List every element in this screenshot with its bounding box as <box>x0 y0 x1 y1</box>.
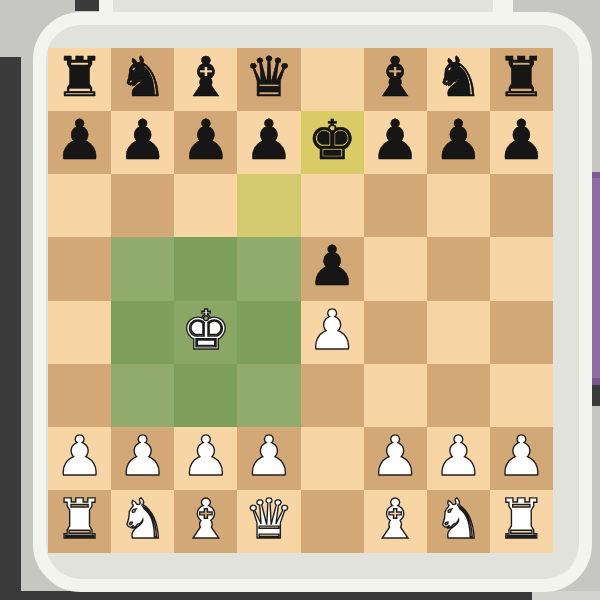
square-g8[interactable]: ♞ <box>427 48 490 111</box>
black-bishop[interactable]: ♝ <box>371 48 420 109</box>
square-d4[interactable] <box>237 301 300 364</box>
square-d7[interactable]: ♟ <box>237 111 300 174</box>
square-f4[interactable] <box>364 301 427 364</box>
left-dark-bar <box>0 57 21 600</box>
square-d3[interactable] <box>237 364 300 427</box>
square-e7[interactable]: ♚ <box>301 111 364 174</box>
black-pawn[interactable]: ♟ <box>244 111 293 172</box>
black-pawn[interactable]: ♟ <box>118 111 167 172</box>
black-knight[interactable]: ♞ <box>434 48 483 109</box>
square-c4[interactable]: ♚ <box>174 301 237 364</box>
purple-accent-foot <box>592 378 600 385</box>
square-f6[interactable] <box>364 174 427 237</box>
square-a4[interactable] <box>48 301 111 364</box>
white-pawn[interactable]: ♟ <box>55 427 104 488</box>
square-h4[interactable] <box>490 301 553 364</box>
purple-accent-bar <box>592 178 600 378</box>
square-c3[interactable] <box>174 364 237 427</box>
square-a5[interactable] <box>48 237 111 300</box>
white-pawn[interactable]: ♟ <box>434 427 483 488</box>
square-f8[interactable]: ♝ <box>364 48 427 111</box>
square-c5[interactable] <box>174 237 237 300</box>
white-knight[interactable]: ♞ <box>434 490 483 551</box>
square-h7[interactable]: ♟ <box>490 111 553 174</box>
square-c8[interactable]: ♝ <box>174 48 237 111</box>
square-f7[interactable]: ♟ <box>364 111 427 174</box>
square-b4[interactable] <box>111 301 174 364</box>
white-knight[interactable]: ♞ <box>118 490 167 551</box>
square-a3[interactable] <box>48 364 111 427</box>
square-g4[interactable] <box>427 301 490 364</box>
square-g2[interactable]: ♟ <box>427 427 490 490</box>
white-rook[interactable]: ♜ <box>55 490 104 551</box>
white-pawn[interactable]: ♟ <box>244 427 293 488</box>
black-king[interactable]: ♚ <box>307 111 356 172</box>
square-d1[interactable]: ♛ <box>237 490 300 553</box>
square-f1[interactable]: ♝ <box>364 490 427 553</box>
top-dark-chip <box>75 0 99 11</box>
app-screenshot: ♜♞♝♛♝♞♜♟♟♟♟♚♟♟♟♟♚♟♟♟♟♟♟♟♟♜♞♝♛♝♞♜ <box>0 0 600 600</box>
square-g1[interactable]: ♞ <box>427 490 490 553</box>
square-d5[interactable] <box>237 237 300 300</box>
black-pawn[interactable]: ♟ <box>55 111 104 172</box>
square-a2[interactable]: ♟ <box>48 427 111 490</box>
white-pawn[interactable]: ♟ <box>307 301 356 362</box>
square-h3[interactable] <box>490 364 553 427</box>
square-g7[interactable]: ♟ <box>427 111 490 174</box>
square-h1[interactable]: ♜ <box>490 490 553 553</box>
black-bishop[interactable]: ♝ <box>181 48 230 109</box>
square-f2[interactable]: ♟ <box>364 427 427 490</box>
square-g6[interactable] <box>427 174 490 237</box>
square-c6[interactable] <box>174 174 237 237</box>
square-d6[interactable] <box>237 174 300 237</box>
square-b7[interactable]: ♟ <box>111 111 174 174</box>
square-e8[interactable] <box>301 48 364 111</box>
square-h2[interactable]: ♟ <box>490 427 553 490</box>
white-pawn[interactable]: ♟ <box>181 427 230 488</box>
white-pawn[interactable]: ♟ <box>497 427 546 488</box>
square-e3[interactable] <box>301 364 364 427</box>
square-c1[interactable]: ♝ <box>174 490 237 553</box>
square-e1[interactable] <box>301 490 364 553</box>
square-b8[interactable]: ♞ <box>111 48 174 111</box>
square-e6[interactable] <box>301 174 364 237</box>
black-pawn[interactable]: ♟ <box>307 237 356 298</box>
white-bishop[interactable]: ♝ <box>181 490 230 551</box>
black-rook[interactable]: ♜ <box>497 48 546 109</box>
black-pawn[interactable]: ♟ <box>497 111 546 172</box>
square-b3[interactable] <box>111 364 174 427</box>
bottom-dark-bar <box>0 591 532 600</box>
chess-board[interactable]: ♜♞♝♛♝♞♜♟♟♟♟♚♟♟♟♟♚♟♟♟♟♟♟♟♟♜♞♝♛♝♞♜ <box>48 48 553 553</box>
square-f3[interactable] <box>364 364 427 427</box>
bottom-right-panel <box>532 591 600 600</box>
white-king[interactable]: ♚ <box>181 301 230 362</box>
white-rook[interactable]: ♜ <box>497 490 546 551</box>
square-d2[interactable]: ♟ <box>237 427 300 490</box>
square-b1[interactable]: ♞ <box>111 490 174 553</box>
square-b6[interactable] <box>111 174 174 237</box>
white-bishop[interactable]: ♝ <box>371 490 420 551</box>
black-pawn[interactable]: ♟ <box>181 111 230 172</box>
square-a8[interactable]: ♜ <box>48 48 111 111</box>
square-f5[interactable] <box>364 237 427 300</box>
white-pawn[interactable]: ♟ <box>371 427 420 488</box>
black-queen[interactable]: ♛ <box>244 48 293 109</box>
square-c2[interactable]: ♟ <box>174 427 237 490</box>
white-pawn[interactable]: ♟ <box>118 427 167 488</box>
square-a6[interactable] <box>48 174 111 237</box>
square-h8[interactable]: ♜ <box>490 48 553 111</box>
square-a1[interactable]: ♜ <box>48 490 111 553</box>
white-queen[interactable]: ♛ <box>244 490 293 551</box>
black-pawn[interactable]: ♟ <box>434 111 483 172</box>
square-g3[interactable] <box>427 364 490 427</box>
square-a7[interactable]: ♟ <box>48 111 111 174</box>
square-d8[interactable]: ♛ <box>237 48 300 111</box>
square-b5[interactable] <box>111 237 174 300</box>
black-pawn[interactable]: ♟ <box>371 111 420 172</box>
square-c7[interactable]: ♟ <box>174 111 237 174</box>
square-e4[interactable]: ♟ <box>301 301 364 364</box>
square-h5[interactable] <box>490 237 553 300</box>
square-g5[interactable] <box>427 237 490 300</box>
square-h6[interactable] <box>490 174 553 237</box>
square-e2[interactable] <box>301 427 364 490</box>
square-e5[interactable]: ♟ <box>301 237 364 300</box>
black-rook[interactable]: ♜ <box>55 48 104 109</box>
square-b2[interactable]: ♟ <box>111 427 174 490</box>
right-dark-chip <box>592 385 600 406</box>
black-knight[interactable]: ♞ <box>118 48 167 109</box>
